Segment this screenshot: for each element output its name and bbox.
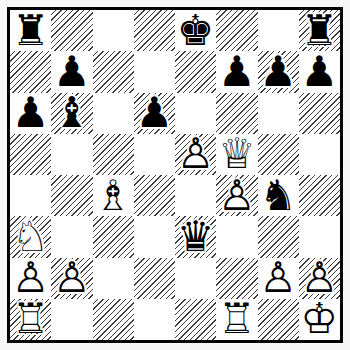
square-d2[interactable] xyxy=(134,258,175,299)
square-g1[interactable] xyxy=(258,299,299,340)
white-pawn-icon: ♟♙ xyxy=(299,258,340,299)
square-h3[interactable] xyxy=(299,216,340,257)
square-a8[interactable]: ♜♜ xyxy=(10,10,51,51)
square-c8[interactable] xyxy=(93,10,134,51)
square-b8[interactable] xyxy=(51,10,92,51)
black-rook-icon: ♜♜ xyxy=(10,10,51,51)
piece-fill-layer: ♞ xyxy=(258,175,299,216)
piece-fill-layer: ♟ xyxy=(134,93,175,134)
square-c1[interactable] xyxy=(93,299,134,340)
piece-glyph: ♛ xyxy=(175,216,216,257)
black-pawn-icon: ♟♟ xyxy=(258,51,299,92)
square-g4[interactable]: ♞♞ xyxy=(258,175,299,216)
piece-glyph: ♙ xyxy=(299,258,340,299)
square-b4[interactable] xyxy=(51,175,92,216)
piece-fill-layer: ♟ xyxy=(299,258,340,299)
black-pawn-icon: ♟♟ xyxy=(10,93,51,134)
piece-glyph: ♙ xyxy=(175,134,216,175)
square-h8[interactable]: ♜♜ xyxy=(299,10,340,51)
piece-glyph: ♟ xyxy=(134,93,175,134)
square-e6[interactable] xyxy=(175,93,216,134)
page: ♜♜♚♚♜♜♟♟♟♟♟♟♟♟♟♟♝♝♟♟♟♙♛♕♝♗♟♙♞♞♞♘♛♛♟♙♟♙♟♙… xyxy=(0,0,350,350)
square-e8[interactable]: ♚♚ xyxy=(175,10,216,51)
square-a2[interactable]: ♟♙ xyxy=(10,258,51,299)
square-c4[interactable]: ♝♗ xyxy=(93,175,134,216)
square-a4[interactable] xyxy=(10,175,51,216)
square-a5[interactable] xyxy=(10,134,51,175)
square-e5[interactable]: ♟♙ xyxy=(175,134,216,175)
square-e3[interactable]: ♛♛ xyxy=(175,216,216,257)
piece-glyph: ♟ xyxy=(10,93,51,134)
black-king-icon: ♚♚ xyxy=(175,10,216,51)
piece-fill-layer: ♟ xyxy=(216,175,257,216)
white-bishop-icon: ♝♗ xyxy=(93,175,134,216)
piece-glyph: ♜ xyxy=(10,10,51,51)
piece-glyph: ♙ xyxy=(10,258,51,299)
square-c7[interactable] xyxy=(93,51,134,92)
square-a7[interactable] xyxy=(10,51,51,92)
square-g5[interactable] xyxy=(258,134,299,175)
square-h1[interactable]: ♚♔ xyxy=(299,299,340,340)
black-knight-icon: ♞♞ xyxy=(258,175,299,216)
piece-glyph: ♔ xyxy=(299,299,340,340)
black-pawn-icon: ♟♟ xyxy=(134,93,175,134)
square-f6[interactable] xyxy=(216,93,257,134)
white-pawn-icon: ♟♙ xyxy=(10,258,51,299)
square-b2[interactable]: ♟♙ xyxy=(51,258,92,299)
piece-fill-layer: ♛ xyxy=(175,216,216,257)
square-d8[interactable] xyxy=(134,10,175,51)
black-pawn-icon: ♟♟ xyxy=(299,51,340,92)
piece-glyph: ♟ xyxy=(51,51,92,92)
square-g8[interactable] xyxy=(258,10,299,51)
piece-glyph: ♙ xyxy=(51,258,92,299)
square-c3[interactable] xyxy=(93,216,134,257)
square-g7[interactable]: ♟♟ xyxy=(258,51,299,92)
piece-glyph: ♜ xyxy=(299,10,340,51)
square-b3[interactable] xyxy=(51,216,92,257)
square-e7[interactable] xyxy=(175,51,216,92)
black-bishop-icon: ♝♝ xyxy=(51,93,92,134)
square-f1[interactable]: ♜♖ xyxy=(216,299,257,340)
piece-fill-layer: ♟ xyxy=(175,134,216,175)
square-a1[interactable]: ♜♖ xyxy=(10,299,51,340)
piece-glyph: ♙ xyxy=(258,258,299,299)
square-g3[interactable] xyxy=(258,216,299,257)
square-g2[interactable]: ♟♙ xyxy=(258,258,299,299)
piece-fill-layer: ♝ xyxy=(93,175,134,216)
chess-board: ♜♜♚♚♜♜♟♟♟♟♟♟♟♟♟♟♝♝♟♟♟♙♛♕♝♗♟♙♞♞♞♘♛♛♟♙♟♙♟♙… xyxy=(7,7,343,343)
white-pawn-icon: ♟♙ xyxy=(175,134,216,175)
square-f2[interactable] xyxy=(216,258,257,299)
white-rook-icon: ♜♖ xyxy=(216,299,257,340)
piece-glyph: ♘ xyxy=(10,216,51,257)
piece-glyph: ♚ xyxy=(175,10,216,51)
piece-glyph: ♖ xyxy=(10,299,51,340)
square-h5[interactable] xyxy=(299,134,340,175)
square-b5[interactable] xyxy=(51,134,92,175)
piece-fill-layer: ♞ xyxy=(10,216,51,257)
piece-fill-layer: ♝ xyxy=(51,93,92,134)
square-e1[interactable] xyxy=(175,299,216,340)
square-d1[interactable] xyxy=(134,299,175,340)
piece-glyph: ♟ xyxy=(216,51,257,92)
black-rook-icon: ♜♜ xyxy=(299,10,340,51)
square-a6[interactable]: ♟♟ xyxy=(10,93,51,134)
square-d6[interactable]: ♟♟ xyxy=(134,93,175,134)
square-b1[interactable] xyxy=(51,299,92,340)
square-d3[interactable] xyxy=(134,216,175,257)
square-c5[interactable] xyxy=(93,134,134,175)
piece-fill-layer: ♟ xyxy=(51,51,92,92)
piece-glyph: ♕ xyxy=(216,134,257,175)
square-a3[interactable]: ♞♘ xyxy=(10,216,51,257)
piece-fill-layer: ♟ xyxy=(216,51,257,92)
piece-fill-layer: ♛ xyxy=(216,134,257,175)
piece-fill-layer: ♟ xyxy=(10,93,51,134)
piece-fill-layer: ♟ xyxy=(10,258,51,299)
square-f8[interactable] xyxy=(216,10,257,51)
piece-glyph: ♟ xyxy=(299,51,340,92)
piece-glyph: ♞ xyxy=(258,175,299,216)
square-d7[interactable] xyxy=(134,51,175,92)
white-pawn-icon: ♟♙ xyxy=(258,258,299,299)
piece-fill-layer: ♜ xyxy=(10,299,51,340)
square-d5[interactable] xyxy=(134,134,175,175)
piece-glyph: ♟ xyxy=(258,51,299,92)
black-pawn-icon: ♟♟ xyxy=(216,51,257,92)
square-h4[interactable] xyxy=(299,175,340,216)
white-queen-icon: ♛♕ xyxy=(216,134,257,175)
square-c6[interactable] xyxy=(93,93,134,134)
square-h7[interactable]: ♟♟ xyxy=(299,51,340,92)
square-b6[interactable]: ♝♝ xyxy=(51,93,92,134)
square-e4[interactable] xyxy=(175,175,216,216)
piece-glyph: ♖ xyxy=(216,299,257,340)
black-pawn-icon: ♟♟ xyxy=(51,51,92,92)
square-f4[interactable]: ♟♙ xyxy=(216,175,257,216)
piece-fill-layer: ♟ xyxy=(258,258,299,299)
white-pawn-icon: ♟♙ xyxy=(216,175,257,216)
white-pawn-icon: ♟♙ xyxy=(51,258,92,299)
piece-fill-layer: ♜ xyxy=(10,10,51,51)
square-c2[interactable] xyxy=(93,258,134,299)
piece-fill-layer: ♟ xyxy=(299,51,340,92)
black-queen-icon: ♛♛ xyxy=(175,216,216,257)
piece-glyph: ♝ xyxy=(51,93,92,134)
square-d4[interactable] xyxy=(134,175,175,216)
piece-glyph: ♙ xyxy=(216,175,257,216)
piece-fill-layer: ♚ xyxy=(299,299,340,340)
square-f7[interactable]: ♟♟ xyxy=(216,51,257,92)
white-rook-icon: ♜♖ xyxy=(10,299,51,340)
square-f3[interactable] xyxy=(216,216,257,257)
piece-fill-layer: ♟ xyxy=(51,258,92,299)
square-b7[interactable]: ♟♟ xyxy=(51,51,92,92)
white-king-icon: ♚♔ xyxy=(299,299,340,340)
piece-fill-layer: ♚ xyxy=(175,10,216,51)
square-h6[interactable] xyxy=(299,93,340,134)
piece-fill-layer: ♜ xyxy=(299,10,340,51)
square-e2[interactable] xyxy=(175,258,216,299)
square-h2[interactable]: ♟♙ xyxy=(299,258,340,299)
white-knight-icon: ♞♘ xyxy=(10,216,51,257)
piece-fill-layer: ♜ xyxy=(216,299,257,340)
piece-fill-layer: ♟ xyxy=(258,51,299,92)
square-g6[interactable] xyxy=(258,93,299,134)
piece-glyph: ♗ xyxy=(93,175,134,216)
square-f5[interactable]: ♛♕ xyxy=(216,134,257,175)
